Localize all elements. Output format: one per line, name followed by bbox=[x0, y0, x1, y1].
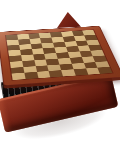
board-square bbox=[95, 61, 109, 68]
board-square bbox=[98, 67, 113, 74]
board-square bbox=[66, 46, 79, 52]
board-square bbox=[12, 73, 26, 80]
board-square bbox=[86, 40, 99, 46]
box-back-corner bbox=[57, 12, 81, 28]
chess-box-photo bbox=[0, 0, 120, 144]
board-square bbox=[49, 70, 63, 77]
board-square bbox=[44, 53, 57, 59]
board-square bbox=[22, 60, 35, 67]
board-square bbox=[82, 30, 95, 35]
board-square bbox=[9, 55, 22, 61]
chess-board-lid bbox=[0, 26, 120, 86]
board-frame bbox=[5, 29, 114, 80]
board-square bbox=[53, 42, 66, 48]
chess-board bbox=[6, 30, 113, 80]
